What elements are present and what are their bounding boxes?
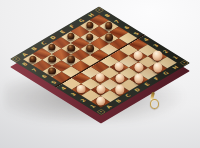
piece-dark-d7[interactable] — [67, 44, 75, 52]
piece-dark-g6[interactable] — [105, 33, 113, 41]
piece-dark-a8[interactable] — [29, 55, 36, 62]
photo-background: AA88BB77CC66DD55EE44FF33GG22HH11 ✶✶✶✶ — [0, 0, 200, 148]
pieces-layer — [0, 0, 200, 148]
piece-dark-h7[interactable] — [105, 22, 113, 30]
piece-dark-g8[interactable] — [86, 22, 93, 29]
piece-light-a3[interactable] — [77, 85, 86, 94]
piece-light-g3[interactable] — [134, 51, 143, 60]
piece-light-c3[interactable] — [96, 73, 105, 82]
piece-light-e3[interactable] — [115, 62, 124, 71]
piece-dark-b7[interactable] — [48, 56, 56, 64]
piece-dark-e8[interactable] — [67, 33, 74, 40]
piece-light-f2[interactable] — [134, 62, 143, 71]
piece-light-a1[interactable] — [96, 96, 105, 105]
piece-dark-e6[interactable] — [86, 45, 94, 53]
piece-light-h2[interactable] — [153, 51, 162, 60]
piece-dark-c6[interactable] — [67, 56, 75, 64]
piece-dark-f7[interactable] — [86, 33, 94, 41]
piece-light-e1[interactable] — [134, 74, 143, 83]
clasp-ring-icon — [150, 99, 159, 109]
piece-light-d2[interactable] — [115, 74, 124, 83]
piece-light-c1[interactable] — [115, 85, 124, 94]
piece-dark-a6[interactable] — [48, 67, 56, 75]
piece-dark-c8[interactable] — [48, 44, 55, 51]
piece-light-b2[interactable] — [96, 85, 105, 94]
piece-light-g1[interactable] — [153, 63, 162, 72]
